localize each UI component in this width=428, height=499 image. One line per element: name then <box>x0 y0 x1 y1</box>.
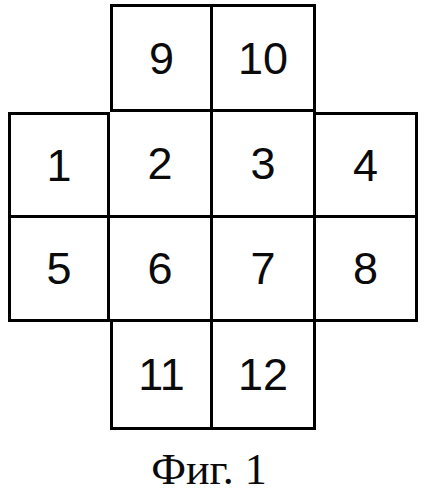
grid-cell-6: 6 <box>110 218 213 322</box>
figure-caption: Фиг. 1 <box>0 448 418 492</box>
grid-cell-8: 8 <box>316 218 418 322</box>
grid-cell-7: 7 <box>213 218 316 322</box>
grid-cell-5: 5 <box>8 218 110 322</box>
cross-grid: 9 10 1 2 3 4 5 6 7 8 11 12 <box>8 4 418 430</box>
grid-cell-12: 12 <box>213 322 316 430</box>
grid-cell-10: 10 <box>213 4 316 112</box>
grid-cell-2: 2 <box>110 112 213 218</box>
grid-cell-3: 3 <box>213 112 316 218</box>
grid-cell-1: 1 <box>8 112 110 218</box>
grid-cell-11: 11 <box>110 322 213 430</box>
grid-cell-9: 9 <box>110 4 213 112</box>
grid-cell-4: 4 <box>316 112 418 218</box>
